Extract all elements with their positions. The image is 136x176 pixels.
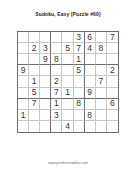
sudoku-cell-r5c2: 1	[29, 76, 40, 87]
page-title: Sudoku, Easy (Puzzle #60)	[0, 11, 136, 18]
sudoku-cell-r8c1: 1	[18, 110, 29, 121]
sudoku-cell-r4c2	[29, 65, 40, 76]
sudoku-board: 367235748981952127571971861384	[17, 31, 119, 133]
sudoku-page: Sudoku, Easy (Puzzle #60) 36723574898195…	[0, 0, 136, 176]
sudoku-cell-r9c4	[51, 121, 62, 132]
sudoku-cell-r3c8	[96, 54, 107, 65]
sudoku-cell-r1c1	[18, 32, 29, 43]
sudoku-cell-r5c9	[107, 76, 118, 87]
sudoku-cell-r3c2	[29, 54, 40, 65]
sudoku-cell-r8c2	[29, 110, 40, 121]
sudoku-cell-r4c5	[62, 65, 73, 76]
sudoku-cell-r3c1	[18, 54, 29, 65]
sudoku-cell-r5c6	[74, 76, 85, 87]
sudoku-cell-r5c5	[62, 76, 73, 87]
sudoku-cell-r1c3	[40, 32, 51, 43]
sudoku-cell-r2c6: 7	[74, 43, 85, 54]
sudoku-cell-r3c5	[62, 54, 73, 65]
sudoku-cell-r4c9: 2	[107, 65, 118, 76]
sudoku-cell-r2c4	[51, 43, 62, 54]
sudoku-cell-r4c6: 5	[74, 65, 85, 76]
sudoku-cell-r2c1	[18, 43, 29, 54]
sudoku-cell-r5c3	[40, 76, 51, 87]
sudoku-cell-r3c9	[107, 54, 118, 65]
sudoku-cell-r1c4	[51, 32, 62, 43]
sudoku-cell-r6c4: 7	[51, 88, 62, 99]
sudoku-cell-r2c8: 8	[96, 43, 107, 54]
sudoku-cell-r6c5: 1	[62, 88, 73, 99]
sudoku-cell-r8c4: 3	[51, 110, 62, 121]
sudoku-cell-r4c1: 9	[18, 65, 29, 76]
sudoku-cell-r7c6: 8	[74, 99, 85, 110]
sudoku-cell-r9c5: 4	[62, 121, 73, 132]
sudoku-cell-r9c3	[40, 121, 51, 132]
sudoku-cell-r6c6	[74, 88, 85, 99]
sudoku-cell-r1c5	[62, 32, 73, 43]
sudoku-cell-r1c2	[29, 32, 40, 43]
sudoku-cell-r5c4: 2	[51, 76, 62, 87]
sudoku-cell-r7c7	[85, 99, 96, 110]
sudoku-cell-r3c6: 1	[74, 54, 85, 65]
sudoku-cell-r9c8	[96, 121, 107, 132]
sudoku-cell-r9c6	[74, 121, 85, 132]
sudoku-cell-r4c4	[51, 65, 62, 76]
sudoku-cell-r7c5	[62, 99, 73, 110]
sudoku-cell-r6c9	[107, 88, 118, 99]
sudoku-cell-r7c1	[18, 99, 29, 110]
sudoku-cell-r8c6	[74, 110, 85, 121]
sudoku-cell-r6c2: 5	[29, 88, 40, 99]
sudoku-cell-r8c7: 8	[85, 110, 96, 121]
sudoku-cell-r9c7	[85, 121, 96, 132]
sudoku-cell-r3c4: 8	[51, 54, 62, 65]
sudoku-cell-r5c7	[85, 76, 96, 87]
sudoku-cell-r4c7	[85, 65, 96, 76]
sudoku-cell-r9c1	[18, 121, 29, 132]
sudoku-cell-r8c5	[62, 110, 73, 121]
sudoku-cell-r5c1	[18, 76, 29, 87]
sudoku-cell-r9c2	[29, 121, 40, 132]
sudoku-cell-r8c3	[40, 110, 51, 121]
sudoku-cell-r4c3	[40, 65, 51, 76]
sudoku-cell-r4c8	[96, 65, 107, 76]
sudoku-cell-r2c2: 2	[29, 43, 40, 54]
sudoku-cell-r1c7: 6	[85, 32, 96, 43]
sudoku-cell-r5c8: 7	[96, 76, 107, 87]
sudoku-cell-r1c8	[96, 32, 107, 43]
sudoku-cell-r6c3	[40, 88, 51, 99]
sudoku-cell-r1c6: 3	[74, 32, 85, 43]
sudoku-cell-r7c2: 7	[29, 99, 40, 110]
sudoku-cell-r6c7: 9	[85, 88, 96, 99]
sudoku-cell-r7c9: 6	[107, 99, 118, 110]
sudoku-cell-r7c8	[96, 99, 107, 110]
sudoku-cell-r3c3: 9	[40, 54, 51, 65]
sudoku-cell-r1c9: 7	[107, 32, 118, 43]
sudoku-cell-r8c8	[96, 110, 107, 121]
sudoku-cell-r9c9	[107, 121, 118, 132]
sudoku-cell-r7c3	[40, 99, 51, 110]
sudoku-cell-r6c1	[18, 88, 29, 99]
sudoku-cell-r2c7: 4	[85, 43, 96, 54]
sudoku-cell-r7c4: 1	[51, 99, 62, 110]
sudoku-cell-r6c8	[96, 88, 107, 99]
sudoku-cell-r8c9	[107, 110, 118, 121]
sudoku-cell-r3c7	[85, 54, 96, 65]
sudoku-cell-r2c5: 5	[62, 43, 73, 54]
sudoku-cell-r2c9	[107, 43, 118, 54]
footer-url: www.printfreesudoku.com	[0, 161, 136, 166]
sudoku-cell-r2c3: 3	[40, 43, 51, 54]
